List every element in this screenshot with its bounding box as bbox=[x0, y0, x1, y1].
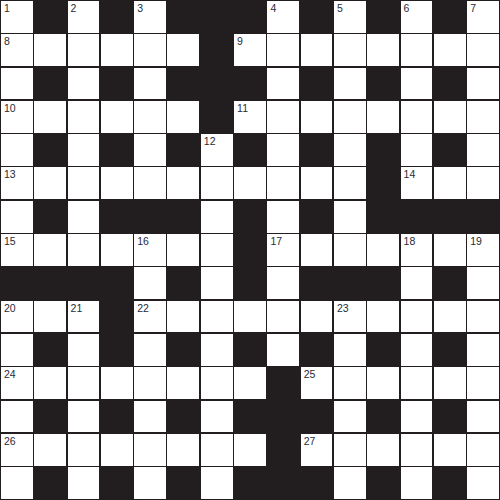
black-cell-r0c5 bbox=[167, 1, 199, 33]
black-cell-r2c11 bbox=[367, 68, 399, 100]
white-cell-r5c8[interactable] bbox=[267, 167, 299, 199]
white-cell-r6c8[interactable] bbox=[267, 201, 299, 233]
white-cell-r13c3[interactable] bbox=[101, 434, 133, 466]
clue-number-12: 12 bbox=[204, 136, 216, 147]
white-cell-r5c3[interactable] bbox=[101, 167, 133, 199]
clue-number-8: 8 bbox=[4, 36, 10, 47]
black-cell-r10c9 bbox=[301, 334, 333, 366]
white-cell-r3c2[interactable] bbox=[68, 101, 100, 133]
clue-number-22: 22 bbox=[137, 303, 149, 314]
white-cell-r13c0[interactable]: 26 bbox=[1, 434, 33, 466]
clue-number-23: 23 bbox=[337, 303, 349, 314]
white-cell-r4c4[interactable] bbox=[134, 134, 166, 166]
white-cell-r1c10[interactable] bbox=[334, 34, 366, 66]
white-cell-r3c13[interactable] bbox=[434, 101, 466, 133]
white-cell-r3c11[interactable] bbox=[367, 101, 399, 133]
white-cell-r1c7[interactable]: 9 bbox=[234, 34, 266, 66]
black-cell-r8c10 bbox=[334, 267, 366, 299]
white-cell-r9c1[interactable] bbox=[34, 301, 66, 333]
white-cell-r7c8[interactable]: 17 bbox=[267, 234, 299, 266]
white-cell-r7c14[interactable]: 19 bbox=[467, 234, 499, 266]
white-cell-r12c0[interactable] bbox=[1, 401, 33, 433]
white-cell-r4c8[interactable] bbox=[267, 134, 299, 166]
black-cell-r8c1 bbox=[34, 267, 66, 299]
white-cell-r12c12[interactable] bbox=[401, 401, 433, 433]
black-cell-r14c9 bbox=[301, 467, 333, 499]
white-cell-r12c10[interactable] bbox=[334, 401, 366, 433]
white-cell-r3c3[interactable] bbox=[101, 101, 133, 133]
white-cell-r2c8[interactable] bbox=[267, 68, 299, 100]
white-cell-r2c10[interactable] bbox=[334, 68, 366, 100]
black-cell-r14c11 bbox=[367, 467, 399, 499]
white-cell-r1c12[interactable] bbox=[401, 34, 433, 66]
white-cell-r11c9[interactable]: 25 bbox=[301, 367, 333, 399]
black-cell-r14c8 bbox=[267, 467, 299, 499]
white-cell-r3c10[interactable] bbox=[334, 101, 366, 133]
black-cell-r10c11 bbox=[367, 334, 399, 366]
black-cell-r4c1 bbox=[34, 134, 66, 166]
black-cell-r12c3 bbox=[101, 401, 133, 433]
black-cell-r12c9 bbox=[301, 401, 333, 433]
black-cell-r3c6 bbox=[201, 101, 233, 133]
clue-number-26: 26 bbox=[4, 436, 16, 447]
black-cell-r0c9 bbox=[301, 1, 333, 33]
white-cell-r2c4[interactable] bbox=[134, 68, 166, 100]
clue-number-17: 17 bbox=[270, 236, 282, 247]
white-cell-r13c9[interactable]: 27 bbox=[301, 434, 333, 466]
white-cell-r1c9[interactable] bbox=[301, 34, 333, 66]
white-cell-r3c5[interactable] bbox=[167, 101, 199, 133]
white-cell-r7c3[interactable] bbox=[101, 234, 133, 266]
white-cell-r13c11[interactable] bbox=[367, 434, 399, 466]
white-cell-r13c1[interactable] bbox=[34, 434, 66, 466]
white-cell-r6c6[interactable] bbox=[201, 201, 233, 233]
white-cell-r0c4[interactable]: 3 bbox=[134, 1, 166, 33]
white-cell-r11c11[interactable] bbox=[367, 367, 399, 399]
white-cell-r5c1[interactable] bbox=[34, 167, 66, 199]
clue-number-10: 10 bbox=[4, 103, 16, 114]
white-cell-r4c2[interactable] bbox=[68, 134, 100, 166]
black-cell-r12c7 bbox=[234, 401, 266, 433]
black-cell-r6c11 bbox=[367, 201, 399, 233]
white-cell-r11c7[interactable] bbox=[234, 367, 266, 399]
white-cell-r13c7[interactable] bbox=[234, 434, 266, 466]
white-cell-r8c4[interactable] bbox=[134, 267, 166, 299]
black-cell-r14c13 bbox=[434, 467, 466, 499]
clue-number-6: 6 bbox=[404, 3, 410, 14]
clue-number-20: 20 bbox=[4, 303, 16, 314]
clue-number-27: 27 bbox=[304, 436, 316, 447]
black-cell-r0c3 bbox=[101, 1, 133, 33]
black-cell-r6c9 bbox=[301, 201, 333, 233]
white-cell-r11c10[interactable] bbox=[334, 367, 366, 399]
black-cell-r13c8 bbox=[267, 434, 299, 466]
white-cell-r11c14[interactable] bbox=[467, 367, 499, 399]
clue-number-25: 25 bbox=[304, 369, 316, 380]
white-cell-r12c2[interactable] bbox=[68, 401, 100, 433]
white-cell-r3c14[interactable] bbox=[467, 101, 499, 133]
white-cell-r13c6[interactable] bbox=[201, 434, 233, 466]
white-cell-r10c4[interactable] bbox=[134, 334, 166, 366]
clue-number-5: 5 bbox=[337, 3, 343, 14]
black-cell-r7c7 bbox=[234, 234, 266, 266]
black-cell-r10c3 bbox=[101, 334, 133, 366]
black-cell-r8c0 bbox=[1, 267, 33, 299]
white-cell-r3c1[interactable] bbox=[34, 101, 66, 133]
white-cell-r11c12[interactable] bbox=[401, 367, 433, 399]
white-cell-r0c10[interactable]: 5 bbox=[334, 1, 366, 33]
black-cell-r6c12 bbox=[401, 201, 433, 233]
white-cell-r10c10[interactable] bbox=[334, 334, 366, 366]
white-cell-r2c14[interactable] bbox=[467, 68, 499, 100]
black-cell-r2c5 bbox=[167, 68, 199, 100]
white-cell-r9c6[interactable] bbox=[201, 301, 233, 333]
crossword-grid: 1234567891011121314151617181920212223242… bbox=[0, 0, 500, 500]
black-cell-r8c5 bbox=[167, 267, 199, 299]
black-cell-r6c13 bbox=[434, 201, 466, 233]
white-cell-r5c6[interactable] bbox=[201, 167, 233, 199]
white-cell-r6c0[interactable] bbox=[1, 201, 33, 233]
black-cell-r0c13 bbox=[434, 1, 466, 33]
white-cell-r9c8[interactable] bbox=[267, 301, 299, 333]
white-cell-r2c0[interactable] bbox=[1, 68, 33, 100]
white-cell-r1c4[interactable] bbox=[134, 34, 166, 66]
white-cell-r3c9[interactable] bbox=[301, 101, 333, 133]
white-cell-r6c10[interactable] bbox=[334, 201, 366, 233]
black-cell-r1c6 bbox=[201, 34, 233, 66]
white-cell-r5c13[interactable] bbox=[434, 167, 466, 199]
white-cell-r0c2[interactable]: 2 bbox=[68, 1, 100, 33]
white-cell-r2c12[interactable] bbox=[401, 68, 433, 100]
white-cell-r1c3[interactable] bbox=[101, 34, 133, 66]
white-cell-r9c14[interactable] bbox=[467, 301, 499, 333]
white-cell-r14c4[interactable] bbox=[134, 467, 166, 499]
black-cell-r2c3 bbox=[101, 68, 133, 100]
white-cell-r1c2[interactable] bbox=[68, 34, 100, 66]
clue-number-2: 2 bbox=[71, 3, 77, 14]
black-cell-r12c13 bbox=[434, 401, 466, 433]
white-cell-r7c10[interactable] bbox=[334, 234, 366, 266]
white-cell-r3c0[interactable]: 10 bbox=[1, 101, 33, 133]
white-cell-r3c8[interactable] bbox=[267, 101, 299, 133]
white-cell-r4c14[interactable] bbox=[467, 134, 499, 166]
white-cell-r5c5[interactable] bbox=[167, 167, 199, 199]
white-cell-r3c4[interactable] bbox=[134, 101, 166, 133]
white-cell-r13c5[interactable] bbox=[167, 434, 199, 466]
black-cell-r10c13 bbox=[434, 334, 466, 366]
white-cell-r10c2[interactable] bbox=[68, 334, 100, 366]
white-cell-r11c13[interactable] bbox=[434, 367, 466, 399]
black-cell-r2c6 bbox=[201, 68, 233, 100]
black-cell-r12c11 bbox=[367, 401, 399, 433]
white-cell-r10c12[interactable] bbox=[401, 334, 433, 366]
white-cell-r9c4[interactable]: 22 bbox=[134, 301, 166, 333]
white-cell-r0c8[interactable]: 4 bbox=[267, 1, 299, 33]
white-cell-r7c1[interactable] bbox=[34, 234, 66, 266]
black-cell-r8c13 bbox=[434, 267, 466, 299]
white-cell-r7c4[interactable]: 16 bbox=[134, 234, 166, 266]
white-cell-r0c0[interactable]: 1 bbox=[1, 1, 33, 33]
black-cell-r2c9 bbox=[301, 68, 333, 100]
white-cell-r9c0[interactable]: 20 bbox=[1, 301, 33, 333]
white-cell-r9c7[interactable] bbox=[234, 301, 266, 333]
clue-number-14: 14 bbox=[404, 169, 416, 180]
black-cell-r14c7 bbox=[234, 467, 266, 499]
white-cell-r9c2[interactable]: 21 bbox=[68, 301, 100, 333]
white-cell-r11c3[interactable] bbox=[101, 367, 133, 399]
black-cell-r12c1 bbox=[34, 401, 66, 433]
black-cell-r0c1 bbox=[34, 1, 66, 33]
white-cell-r8c12[interactable] bbox=[401, 267, 433, 299]
white-cell-r13c14[interactable] bbox=[467, 434, 499, 466]
black-cell-r4c7 bbox=[234, 134, 266, 166]
white-cell-r1c5[interactable] bbox=[167, 34, 199, 66]
white-cell-r10c6[interactable] bbox=[201, 334, 233, 366]
white-cell-r7c13[interactable] bbox=[434, 234, 466, 266]
white-cell-r12c6[interactable] bbox=[201, 401, 233, 433]
white-cell-r1c13[interactable] bbox=[434, 34, 466, 66]
black-cell-r12c5 bbox=[167, 401, 199, 433]
black-cell-r5c11 bbox=[367, 167, 399, 199]
black-cell-r4c11 bbox=[367, 134, 399, 166]
black-cell-r8c11 bbox=[367, 267, 399, 299]
white-cell-r1c11[interactable] bbox=[367, 34, 399, 66]
white-cell-r11c4[interactable] bbox=[134, 367, 166, 399]
black-cell-r6c1 bbox=[34, 201, 66, 233]
white-cell-r10c8[interactable] bbox=[267, 334, 299, 366]
white-cell-r11c5[interactable] bbox=[167, 367, 199, 399]
black-cell-r2c13 bbox=[434, 68, 466, 100]
black-cell-r2c1 bbox=[34, 68, 66, 100]
white-cell-r5c4[interactable] bbox=[134, 167, 166, 199]
white-cell-r13c10[interactable] bbox=[334, 434, 366, 466]
white-cell-r7c0[interactable]: 15 bbox=[1, 234, 33, 266]
white-cell-r7c11[interactable] bbox=[367, 234, 399, 266]
white-cell-r9c10[interactable]: 23 bbox=[334, 301, 366, 333]
white-cell-r9c9[interactable] bbox=[301, 301, 333, 333]
white-cell-r8c6[interactable] bbox=[201, 267, 233, 299]
white-cell-r1c0[interactable]: 8 bbox=[1, 34, 33, 66]
white-cell-r4c10[interactable] bbox=[334, 134, 366, 166]
clue-number-3: 3 bbox=[137, 3, 143, 14]
white-cell-r5c2[interactable] bbox=[68, 167, 100, 199]
white-cell-r9c12[interactable] bbox=[401, 301, 433, 333]
clue-number-24: 24 bbox=[4, 369, 16, 380]
white-cell-r1c14[interactable] bbox=[467, 34, 499, 66]
black-cell-r10c7 bbox=[234, 334, 266, 366]
black-cell-r11c8 bbox=[267, 367, 299, 399]
white-cell-r5c12[interactable]: 14 bbox=[401, 167, 433, 199]
white-cell-r4c6[interactable]: 12 bbox=[201, 134, 233, 166]
clue-number-15: 15 bbox=[4, 236, 16, 247]
white-cell-r7c2[interactable] bbox=[68, 234, 100, 266]
white-cell-r4c0[interactable] bbox=[1, 134, 33, 166]
black-cell-r4c13 bbox=[434, 134, 466, 166]
white-cell-r5c9[interactable] bbox=[301, 167, 333, 199]
clue-number-9: 9 bbox=[237, 36, 243, 47]
white-cell-r10c0[interactable] bbox=[1, 334, 33, 366]
white-cell-r9c11[interactable] bbox=[367, 301, 399, 333]
white-cell-r8c8[interactable] bbox=[267, 267, 299, 299]
white-cell-r14c14[interactable] bbox=[467, 467, 499, 499]
white-cell-r13c12[interactable] bbox=[401, 434, 433, 466]
black-cell-r10c5 bbox=[167, 334, 199, 366]
black-cell-r2c7 bbox=[234, 68, 266, 100]
white-cell-r11c0[interactable]: 24 bbox=[1, 367, 33, 399]
black-cell-r9c3 bbox=[101, 301, 133, 333]
black-cell-r6c3 bbox=[101, 201, 133, 233]
white-cell-r11c6[interactable] bbox=[201, 367, 233, 399]
black-cell-r0c11 bbox=[367, 1, 399, 33]
white-cell-r12c4[interactable] bbox=[134, 401, 166, 433]
white-cell-r2c2[interactable] bbox=[68, 68, 100, 100]
white-cell-r1c8[interactable] bbox=[267, 34, 299, 66]
black-cell-r6c14 bbox=[467, 201, 499, 233]
black-cell-r8c7 bbox=[234, 267, 266, 299]
white-cell-r5c10[interactable] bbox=[334, 167, 366, 199]
white-cell-r10c14[interactable] bbox=[467, 334, 499, 366]
white-cell-r1c1[interactable] bbox=[34, 34, 66, 66]
black-cell-r4c5 bbox=[167, 134, 199, 166]
black-cell-r14c1 bbox=[34, 467, 66, 499]
white-cell-r5c0[interactable]: 13 bbox=[1, 167, 33, 199]
white-cell-r13c13[interactable] bbox=[434, 434, 466, 466]
white-cell-r0c12[interactable]: 6 bbox=[401, 1, 433, 33]
black-cell-r6c5 bbox=[167, 201, 199, 233]
white-cell-r14c10[interactable] bbox=[334, 467, 366, 499]
white-cell-r6c2[interactable] bbox=[68, 201, 100, 233]
clue-number-18: 18 bbox=[404, 236, 416, 247]
white-cell-r14c6[interactable] bbox=[201, 467, 233, 499]
black-cell-r0c7 bbox=[234, 1, 266, 33]
black-cell-r8c9 bbox=[301, 267, 333, 299]
white-cell-r14c0[interactable] bbox=[1, 467, 33, 499]
black-cell-r12c8 bbox=[267, 401, 299, 433]
clue-number-16: 16 bbox=[137, 236, 149, 247]
white-cell-r9c13[interactable] bbox=[434, 301, 466, 333]
clue-number-4: 4 bbox=[270, 3, 276, 14]
white-cell-r3c12[interactable] bbox=[401, 101, 433, 133]
clue-number-11: 11 bbox=[237, 103, 248, 114]
white-cell-r4c12[interactable] bbox=[401, 134, 433, 166]
black-cell-r14c3 bbox=[101, 467, 133, 499]
white-cell-r8c14[interactable] bbox=[467, 267, 499, 299]
clue-number-19: 19 bbox=[470, 236, 482, 247]
black-cell-r6c7 bbox=[234, 201, 266, 233]
clue-number-1: 1 bbox=[4, 3, 10, 14]
white-cell-r11c2[interactable] bbox=[68, 367, 100, 399]
black-cell-r6c4 bbox=[134, 201, 166, 233]
white-cell-r9c5[interactable] bbox=[167, 301, 199, 333]
white-cell-r12c14[interactable] bbox=[467, 401, 499, 433]
white-cell-r5c7[interactable] bbox=[234, 167, 266, 199]
clue-number-21: 21 bbox=[71, 303, 83, 314]
white-cell-r11c1[interactable] bbox=[34, 367, 66, 399]
white-cell-r5c14[interactable] bbox=[467, 167, 499, 199]
black-cell-r8c3 bbox=[101, 267, 133, 299]
white-cell-r3c7[interactable]: 11 bbox=[234, 101, 266, 133]
black-cell-r4c3 bbox=[101, 134, 133, 166]
black-cell-r8c2 bbox=[68, 267, 100, 299]
white-cell-r13c4[interactable] bbox=[134, 434, 166, 466]
white-cell-r7c9[interactable] bbox=[301, 234, 333, 266]
black-cell-r10c1 bbox=[34, 334, 66, 366]
white-cell-r7c12[interactable]: 18 bbox=[401, 234, 433, 266]
white-cell-r13c2[interactable] bbox=[68, 434, 100, 466]
white-cell-r14c12[interactable] bbox=[401, 467, 433, 499]
white-cell-r14c2[interactable] bbox=[68, 467, 100, 499]
black-cell-r14c5 bbox=[167, 467, 199, 499]
black-cell-r4c9 bbox=[301, 134, 333, 166]
black-cell-r0c6 bbox=[201, 1, 233, 33]
white-cell-r7c5[interactable] bbox=[167, 234, 199, 266]
clue-number-13: 13 bbox=[4, 169, 16, 180]
white-cell-r0c14[interactable]: 7 bbox=[467, 1, 499, 33]
white-cell-r7c6[interactable] bbox=[201, 234, 233, 266]
clue-number-7: 7 bbox=[470, 3, 476, 14]
